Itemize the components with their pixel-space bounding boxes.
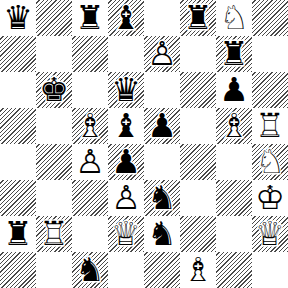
white-rook-icon: ♖ bbox=[255, 108, 285, 144]
piece-white-king-h3[interactable]: ♚♔ bbox=[252, 180, 288, 216]
square-f3[interactable] bbox=[180, 180, 216, 216]
square-e3[interactable]: ♞♞ bbox=[144, 180, 180, 216]
square-f4[interactable] bbox=[180, 144, 216, 180]
square-a2[interactable]: ♜♜ bbox=[0, 216, 36, 252]
piece-black-queen-a8[interactable]: ♛♛ bbox=[0, 0, 36, 36]
white-king-icon: ♔ bbox=[255, 180, 285, 216]
piece-white-rook-b2[interactable]: ♜♖ bbox=[36, 216, 72, 252]
chess-board: ♛♛♜♜♝♝♜♜♞♘♟♙♜♜♚♚♛♛♟♟♝♗♝♝♟♟♝♗♜♖♟♙♟♟♞♘♟♙♞♞… bbox=[0, 0, 288, 288]
square-c5[interactable]: ♝♗ bbox=[72, 108, 108, 144]
square-h4[interactable]: ♞♘ bbox=[252, 144, 288, 180]
square-e6[interactable] bbox=[144, 72, 180, 108]
square-a4[interactable] bbox=[0, 144, 36, 180]
piece-black-knight-e2[interactable]: ♞♞ bbox=[144, 216, 180, 252]
white-pawn-icon: ♙ bbox=[75, 144, 105, 180]
piece-black-pawn-g6[interactable]: ♟♟ bbox=[216, 72, 252, 108]
square-b3[interactable] bbox=[36, 180, 72, 216]
square-d6[interactable]: ♛♛ bbox=[108, 72, 144, 108]
piece-black-rook-a2[interactable]: ♜♜ bbox=[0, 216, 36, 252]
black-rook-icon: ♜ bbox=[75, 0, 105, 36]
square-c3[interactable] bbox=[72, 180, 108, 216]
black-rook-icon: ♜ bbox=[183, 0, 213, 36]
square-g4[interactable] bbox=[216, 144, 252, 180]
square-h6[interactable] bbox=[252, 72, 288, 108]
square-g3[interactable] bbox=[216, 180, 252, 216]
square-g2[interactable] bbox=[216, 216, 252, 252]
piece-black-rook-c8[interactable]: ♜♜ bbox=[72, 0, 108, 36]
piece-white-bishop-g5[interactable]: ♝♗ bbox=[216, 108, 252, 144]
square-e4[interactable] bbox=[144, 144, 180, 180]
white-knight-icon: ♘ bbox=[219, 0, 249, 36]
square-b4[interactable] bbox=[36, 144, 72, 180]
white-bishop-icon: ♗ bbox=[75, 108, 105, 144]
square-g1[interactable] bbox=[216, 252, 252, 288]
black-queen-icon: ♛ bbox=[3, 0, 33, 36]
square-f1[interactable]: ♝♗ bbox=[180, 252, 216, 288]
square-c6[interactable] bbox=[72, 72, 108, 108]
black-pawn-icon: ♟ bbox=[147, 108, 177, 144]
square-c4[interactable]: ♟♙ bbox=[72, 144, 108, 180]
white-bishop-icon: ♗ bbox=[219, 108, 249, 144]
square-a6[interactable] bbox=[0, 72, 36, 108]
piece-black-bishop-d8[interactable]: ♝♝ bbox=[108, 0, 144, 36]
black-pawn-icon: ♟ bbox=[219, 72, 249, 108]
piece-black-king-b6[interactable]: ♚♚ bbox=[36, 72, 72, 108]
square-h2[interactable]: ♛♕ bbox=[252, 216, 288, 252]
square-a7[interactable] bbox=[0, 36, 36, 72]
white-pawn-icon: ♙ bbox=[147, 36, 177, 72]
square-d4[interactable]: ♟♟ bbox=[108, 144, 144, 180]
square-d1[interactable] bbox=[108, 252, 144, 288]
piece-white-rook-h5[interactable]: ♜♖ bbox=[252, 108, 288, 144]
square-d3[interactable]: ♟♙ bbox=[108, 180, 144, 216]
square-a8[interactable]: ♛♛ bbox=[0, 0, 36, 36]
black-knight-icon: ♞ bbox=[147, 180, 177, 216]
piece-black-knight-c1[interactable]: ♞♞ bbox=[72, 252, 108, 288]
black-pawn-icon: ♟ bbox=[111, 144, 141, 180]
piece-white-bishop-f1[interactable]: ♝♗ bbox=[180, 252, 216, 288]
piece-white-pawn-d3[interactable]: ♟♙ bbox=[108, 180, 144, 216]
piece-black-queen-d6[interactable]: ♛♛ bbox=[108, 72, 144, 108]
chess-diagram: ♛♛♜♜♝♝♜♜♞♘♟♙♜♜♚♚♛♛♟♟♝♗♝♝♟♟♝♗♜♖♟♙♟♟♞♘♟♙♞♞… bbox=[0, 0, 288, 288]
square-c2[interactable] bbox=[72, 216, 108, 252]
black-knight-icon: ♞ bbox=[75, 252, 105, 288]
square-h1[interactable] bbox=[252, 252, 288, 288]
square-g6[interactable]: ♟♟ bbox=[216, 72, 252, 108]
square-b6[interactable]: ♚♚ bbox=[36, 72, 72, 108]
square-f2[interactable] bbox=[180, 216, 216, 252]
square-d5[interactable]: ♝♝ bbox=[108, 108, 144, 144]
square-c1[interactable]: ♞♞ bbox=[72, 252, 108, 288]
piece-white-knight-g8[interactable]: ♞♘ bbox=[216, 0, 252, 36]
square-e8[interactable] bbox=[144, 0, 180, 36]
square-d2[interactable]: ♛♕ bbox=[108, 216, 144, 252]
piece-white-pawn-c4[interactable]: ♟♙ bbox=[72, 144, 108, 180]
piece-white-queen-h2[interactable]: ♛♕ bbox=[252, 216, 288, 252]
square-b7[interactable] bbox=[36, 36, 72, 72]
square-b2[interactable]: ♜♖ bbox=[36, 216, 72, 252]
black-bishop-icon: ♝ bbox=[111, 0, 141, 36]
black-king-icon: ♚ bbox=[39, 72, 69, 108]
square-h7[interactable] bbox=[252, 36, 288, 72]
square-f7[interactable] bbox=[180, 36, 216, 72]
square-a5[interactable] bbox=[0, 108, 36, 144]
black-rook-icon: ♜ bbox=[219, 36, 249, 72]
piece-black-bishop-d5[interactable]: ♝♝ bbox=[108, 108, 144, 144]
square-c8[interactable]: ♜♜ bbox=[72, 0, 108, 36]
square-e5[interactable]: ♟♟ bbox=[144, 108, 180, 144]
square-h5[interactable]: ♜♖ bbox=[252, 108, 288, 144]
piece-white-pawn-e7[interactable]: ♟♙ bbox=[144, 36, 180, 72]
square-f5[interactable] bbox=[180, 108, 216, 144]
square-b8[interactable] bbox=[36, 0, 72, 36]
piece-black-pawn-d4[interactable]: ♟♟ bbox=[108, 144, 144, 180]
piece-black-pawn-e5[interactable]: ♟♟ bbox=[144, 108, 180, 144]
piece-white-knight-h4[interactable]: ♞♘ bbox=[252, 144, 288, 180]
piece-white-bishop-c5[interactable]: ♝♗ bbox=[72, 108, 108, 144]
piece-black-rook-g7[interactable]: ♜♜ bbox=[216, 36, 252, 72]
square-e7[interactable]: ♟♙ bbox=[144, 36, 180, 72]
square-e2[interactable]: ♞♞ bbox=[144, 216, 180, 252]
square-e1[interactable] bbox=[144, 252, 180, 288]
white-knight-icon: ♘ bbox=[255, 144, 285, 180]
square-h8[interactable] bbox=[252, 0, 288, 36]
square-d7[interactable] bbox=[108, 36, 144, 72]
square-c7[interactable] bbox=[72, 36, 108, 72]
square-a3[interactable] bbox=[0, 180, 36, 216]
square-g8[interactable]: ♞♘ bbox=[216, 0, 252, 36]
white-queen-icon: ♕ bbox=[255, 216, 285, 252]
white-rook-icon: ♖ bbox=[39, 216, 69, 252]
piece-black-rook-f8[interactable]: ♜♜ bbox=[180, 0, 216, 36]
square-h3[interactable]: ♚♔ bbox=[252, 180, 288, 216]
square-a1[interactable] bbox=[0, 252, 36, 288]
square-b5[interactable] bbox=[36, 108, 72, 144]
white-queen-icon: ♕ bbox=[111, 216, 141, 252]
square-d8[interactable]: ♝♝ bbox=[108, 0, 144, 36]
white-bishop-icon: ♗ bbox=[183, 252, 213, 288]
square-f6[interactable] bbox=[180, 72, 216, 108]
piece-black-knight-e3[interactable]: ♞♞ bbox=[144, 180, 180, 216]
square-g7[interactable]: ♜♜ bbox=[216, 36, 252, 72]
black-queen-icon: ♛ bbox=[111, 72, 141, 108]
square-g5[interactable]: ♝♗ bbox=[216, 108, 252, 144]
black-knight-icon: ♞ bbox=[147, 216, 177, 252]
square-f8[interactable]: ♜♜ bbox=[180, 0, 216, 36]
black-bishop-icon: ♝ bbox=[111, 108, 141, 144]
white-pawn-icon: ♙ bbox=[111, 180, 141, 216]
piece-white-queen-d2[interactable]: ♛♕ bbox=[108, 216, 144, 252]
square-b1[interactable] bbox=[36, 252, 72, 288]
black-rook-icon: ♜ bbox=[3, 216, 33, 252]
